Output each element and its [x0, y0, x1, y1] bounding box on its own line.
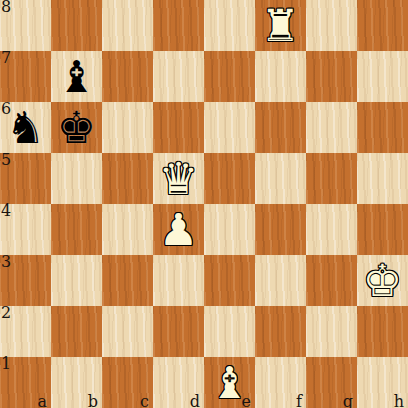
square-h3[interactable]: ♚ — [357, 255, 408, 306]
rank-label-2: 2 — [1, 303, 11, 322]
square-e5[interactable] — [204, 153, 255, 204]
square-a5[interactable]: 5 — [0, 153, 51, 204]
square-b8[interactable] — [51, 0, 102, 51]
square-h4[interactable] — [357, 204, 408, 255]
black-knight-a6[interactable]: ♞ — [6, 102, 45, 153]
square-g2[interactable] — [306, 306, 357, 357]
square-e3[interactable] — [204, 255, 255, 306]
square-f3[interactable] — [255, 255, 306, 306]
square-e4[interactable] — [204, 204, 255, 255]
square-a8[interactable]: 8 — [0, 0, 51, 51]
square-a3[interactable]: 3 — [0, 255, 51, 306]
square-e8[interactable] — [204, 0, 255, 51]
file-label-d: d — [190, 392, 200, 408]
square-c5[interactable] — [102, 153, 153, 204]
square-c2[interactable] — [102, 306, 153, 357]
square-d4[interactable]: ♟ — [153, 204, 204, 255]
square-h7[interactable] — [357, 51, 408, 102]
square-g4[interactable] — [306, 204, 357, 255]
square-a7[interactable]: 7 — [0, 51, 51, 102]
square-h8[interactable] — [357, 0, 408, 51]
square-d2[interactable] — [153, 306, 204, 357]
square-e7[interactable] — [204, 51, 255, 102]
white-pawn-d4[interactable]: ♟ — [159, 204, 198, 255]
square-g6[interactable] — [306, 102, 357, 153]
square-a1[interactable]: 1a — [0, 357, 51, 408]
white-king-h3[interactable]: ♚ — [363, 255, 402, 306]
file-label-c: c — [140, 392, 149, 408]
square-f6[interactable] — [255, 102, 306, 153]
rank-label-8: 8 — [1, 0, 11, 16]
black-king-b6[interactable]: ♚ — [57, 102, 96, 153]
square-f5[interactable] — [255, 153, 306, 204]
file-label-g: g — [343, 392, 353, 408]
square-c1[interactable]: c — [102, 357, 153, 408]
square-e6[interactable] — [204, 102, 255, 153]
file-label-b: b — [88, 392, 98, 408]
square-d3[interactable] — [153, 255, 204, 306]
square-b1[interactable]: b — [51, 357, 102, 408]
square-f1[interactable]: f — [255, 357, 306, 408]
square-g7[interactable] — [306, 51, 357, 102]
square-e2[interactable] — [204, 306, 255, 357]
square-g8[interactable] — [306, 0, 357, 51]
rank-label-4: 4 — [1, 201, 11, 220]
square-b5[interactable] — [51, 153, 102, 204]
square-d5[interactable]: ♛ — [153, 153, 204, 204]
file-label-f: f — [296, 392, 302, 408]
chess-board: 8♜7♝6♞♚5♛4♟3♚21abcde♝fgh — [0, 0, 408, 408]
black-bishop-b7[interactable]: ♝ — [57, 51, 96, 102]
square-b4[interactable] — [51, 204, 102, 255]
file-label-h: h — [394, 392, 404, 408]
square-f2[interactable] — [255, 306, 306, 357]
square-c3[interactable] — [102, 255, 153, 306]
square-a2[interactable]: 2 — [0, 306, 51, 357]
white-bishop-e1[interactable]: ♝ — [210, 357, 249, 408]
square-b6[interactable]: ♚ — [51, 102, 102, 153]
white-queen-d5[interactable]: ♛ — [159, 153, 198, 204]
square-h6[interactable] — [357, 102, 408, 153]
square-b7[interactable]: ♝ — [51, 51, 102, 102]
square-b2[interactable] — [51, 306, 102, 357]
square-h1[interactable]: h — [357, 357, 408, 408]
square-c6[interactable] — [102, 102, 153, 153]
square-b3[interactable] — [51, 255, 102, 306]
square-g3[interactable] — [306, 255, 357, 306]
square-h5[interactable] — [357, 153, 408, 204]
file-label-a: a — [37, 392, 47, 408]
square-d7[interactable] — [153, 51, 204, 102]
rank-label-7: 7 — [1, 48, 11, 67]
square-d1[interactable]: d — [153, 357, 204, 408]
rank-label-3: 3 — [1, 252, 11, 271]
square-g1[interactable]: g — [306, 357, 357, 408]
square-f8[interactable]: ♜ — [255, 0, 306, 51]
square-a6[interactable]: 6♞ — [0, 102, 51, 153]
square-c8[interactable] — [102, 0, 153, 51]
square-a4[interactable]: 4 — [0, 204, 51, 255]
white-rook-f8[interactable]: ♜ — [261, 0, 300, 51]
square-f7[interactable] — [255, 51, 306, 102]
rank-label-1: 1 — [1, 354, 11, 373]
square-d8[interactable] — [153, 0, 204, 51]
square-c7[interactable] — [102, 51, 153, 102]
square-g5[interactable] — [306, 153, 357, 204]
square-d6[interactable] — [153, 102, 204, 153]
square-c4[interactable] — [102, 204, 153, 255]
square-e1[interactable]: e♝ — [204, 357, 255, 408]
square-f4[interactable] — [255, 204, 306, 255]
square-h2[interactable] — [357, 306, 408, 357]
